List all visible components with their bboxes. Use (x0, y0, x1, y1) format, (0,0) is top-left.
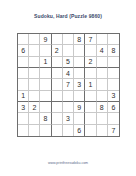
sudoku-cell-r7c7[interactable] (85, 102, 96, 113)
sudoku-cell-r4c6[interactable] (74, 68, 85, 79)
sudoku-cell-r9c7[interactable] (85, 125, 96, 136)
sudoku-cell-r1c2[interactable] (29, 34, 40, 45)
sudoku-cell-r9c3[interactable] (40, 125, 51, 136)
sudoku-cell-r9c6[interactable]: 6 (74, 125, 85, 136)
sudoku-cell-r2c9[interactable]: 8 (108, 45, 119, 56)
sudoku-cell-r5c5[interactable]: 7 (63, 79, 74, 90)
sudoku-cell-r2c4[interactable]: 2 (52, 45, 63, 56)
sudoku-cell-r7c1[interactable]: 3 (18, 102, 29, 113)
sudoku-cell-r5c8[interactable] (97, 79, 108, 90)
sudoku-cell-r2c3[interactable] (40, 45, 51, 56)
sudoku-cell-r7c6[interactable]: 9 (74, 102, 85, 113)
sudoku-cell-r6c8[interactable] (97, 91, 108, 102)
sudoku-cell-r1c5[interactable] (63, 34, 74, 45)
sudoku-cell-r7c5[interactable] (63, 102, 74, 113)
sudoku-cell-r4c5[interactable]: 4 (63, 68, 74, 79)
sudoku-cell-r4c4[interactable] (52, 68, 63, 79)
sudoku-cell-r8c2[interactable] (29, 113, 40, 124)
sudoku-cell-r1c4[interactable] (52, 34, 63, 45)
sudoku-cell-r7c4[interactable] (52, 102, 63, 113)
sudoku-cell-r1c3[interactable]: 9 (40, 34, 51, 45)
sudoku-cell-r5c3[interactable] (40, 79, 51, 90)
sudoku-cell-r1c8[interactable] (97, 34, 108, 45)
sudoku-cell-r4c3[interactable] (40, 68, 51, 79)
sudoku-cell-r3c5[interactable]: 5 (63, 57, 74, 68)
sudoku-cell-r2c8[interactable]: 4 (97, 45, 108, 56)
sudoku-board: 9876248152473113329868367 (17, 33, 120, 137)
sudoku-cell-r3c3[interactable]: 1 (40, 57, 51, 68)
sudoku-cell-r3c7[interactable]: 2 (85, 57, 96, 68)
sudoku-cell-r2c2[interactable] (29, 45, 40, 56)
sudoku-cell-r7c2[interactable]: 2 (29, 102, 40, 113)
sudoku-cell-r8c8[interactable] (97, 113, 108, 124)
sudoku-cell-r2c6[interactable] (74, 45, 85, 56)
sudoku-cell-r5c2[interactable] (29, 79, 40, 90)
sudoku-cell-r9c1[interactable] (18, 125, 29, 136)
sudoku-cell-r4c1[interactable] (18, 68, 29, 79)
sudoku-cell-r9c8[interactable] (97, 125, 108, 136)
sudoku-cell-r6c4[interactable] (52, 91, 63, 102)
sudoku-cell-r2c1[interactable]: 6 (18, 45, 29, 56)
sudoku-cell-r9c2[interactable] (29, 125, 40, 136)
sudoku-cell-r6c1[interactable]: 1 (18, 91, 29, 102)
sudoku-cell-r2c7[interactable] (85, 45, 96, 56)
sudoku-cell-r8c4[interactable] (52, 113, 63, 124)
sudoku-cell-r1c1[interactable] (18, 34, 29, 45)
sudoku-cell-r5c9[interactable] (108, 79, 119, 90)
sudoku-cell-r8c6[interactable] (74, 113, 85, 124)
sudoku-cell-r1c6[interactable]: 8 (74, 34, 85, 45)
sudoku-cell-r5c1[interactable] (18, 79, 29, 90)
sudoku-cell-r8c5[interactable]: 3 (63, 113, 74, 124)
sudoku-cell-r6c3[interactable] (40, 91, 51, 102)
sudoku-cell-r5c4[interactable] (52, 79, 63, 90)
sudoku-cell-r3c9[interactable] (108, 57, 119, 68)
sudoku-cell-r6c6[interactable] (74, 91, 85, 102)
sudoku-cell-r6c9[interactable]: 3 (108, 91, 119, 102)
sudoku-cell-r7c3[interactable] (40, 102, 51, 113)
sudoku-cell-r4c2[interactable] (29, 68, 40, 79)
sudoku-cell-r8c7[interactable] (85, 113, 96, 124)
sudoku-cell-r3c8[interactable] (97, 57, 108, 68)
sudoku-page: Sudoku, Hard (Puzzle 9860) 9876248152473… (0, 0, 136, 176)
sudoku-cell-r1c7[interactable]: 7 (85, 34, 96, 45)
sudoku-cell-r8c9[interactable] (108, 113, 119, 124)
sudoku-cell-r3c4[interactable] (52, 57, 63, 68)
page-title: Sudoku, Hard (Puzzle 9860) (0, 13, 136, 19)
sudoku-cell-r9c4[interactable] (52, 125, 63, 136)
sudoku-cell-r8c3[interactable]: 8 (40, 113, 51, 124)
sudoku-cell-r6c7[interactable] (85, 91, 96, 102)
sudoku-cell-r6c5[interactable] (63, 91, 74, 102)
sudoku-cell-r3c1[interactable] (18, 57, 29, 68)
sudoku-cell-r9c5[interactable] (63, 125, 74, 136)
sudoku-cell-r1c9[interactable] (108, 34, 119, 45)
sudoku-cell-r4c7[interactable] (85, 68, 96, 79)
sudoku-cell-r5c6[interactable]: 3 (74, 79, 85, 90)
sudoku-cell-r7c9[interactable]: 6 (108, 102, 119, 113)
sudoku-cell-r3c2[interactable] (29, 57, 40, 68)
sudoku-cell-r4c9[interactable] (108, 68, 119, 79)
sudoku-cell-r5c7[interactable]: 1 (85, 79, 96, 90)
sudoku-cell-r3c6[interactable] (74, 57, 85, 68)
sudoku-cell-r4c8[interactable] (97, 68, 108, 79)
sudoku-cell-r7c8[interactable]: 8 (97, 102, 108, 113)
sudoku-cell-r2c5[interactable] (63, 45, 74, 56)
sudoku-cell-r6c2[interactable] (29, 91, 40, 102)
sudoku-cell-r9c9[interactable]: 7 (108, 125, 119, 136)
footer-url: www.printfreesudoku.com (0, 161, 136, 165)
sudoku-cell-r8c1[interactable] (18, 113, 29, 124)
